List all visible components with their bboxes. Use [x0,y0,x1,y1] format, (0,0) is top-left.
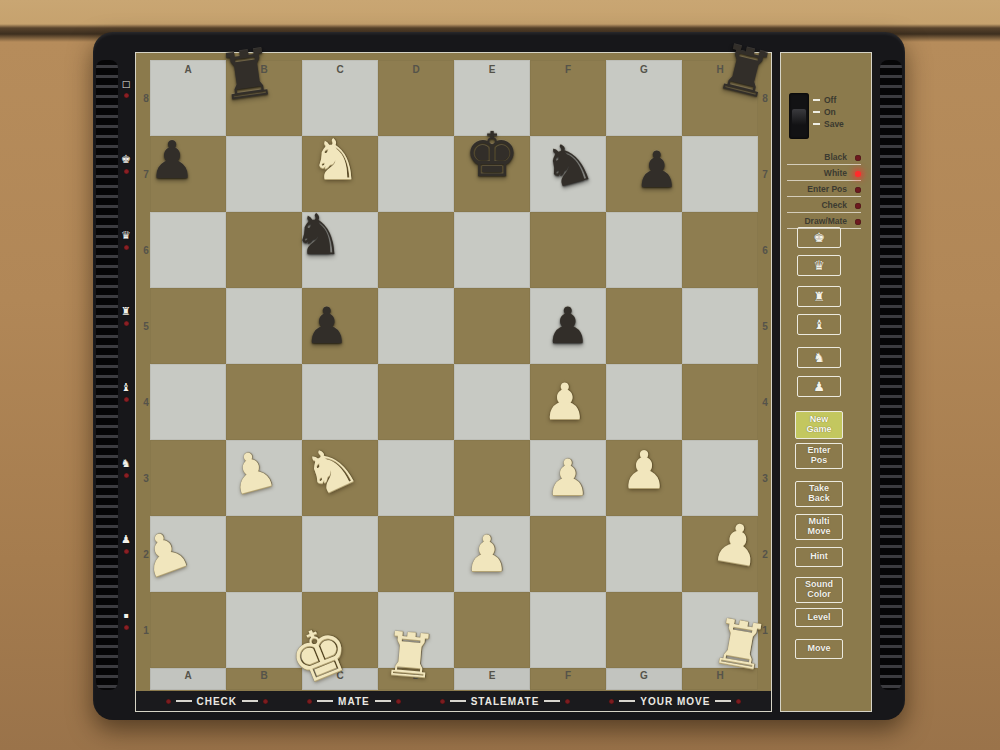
status-led [440,699,445,704]
sound-color-button[interactable]: SoundColor [795,577,843,603]
status-dash [176,700,192,702]
control-panel: OffOnSave BlackWhiteEnter PosCheckDraw/M… [780,52,872,712]
switch-label-text: Save [824,119,844,129]
new-game-button[interactable]: NewGame [795,411,843,439]
status-dash [450,700,466,702]
led-row-black: Black [787,149,861,165]
led-indicator [855,171,861,177]
rank-led [124,245,129,250]
led-row-enter-pos: Enter Pos [787,181,861,197]
status-label: YOUR MOVE [640,696,710,707]
square-d6[interactable] [378,212,454,288]
power-switch[interactable] [789,93,809,139]
rook-icon: ♜ [116,306,136,326]
square-g5[interactable] [606,288,682,364]
button-label-line: Pos [811,456,828,466]
black-king-e7[interactable]: ♚ [464,124,520,186]
move-button[interactable]: Move [795,639,843,659]
black-pawn-a7[interactable]: ♟ [149,134,196,186]
rank-led [124,549,129,554]
led-indicator [855,203,861,209]
square-d4[interactable] [378,364,454,440]
status-dash [715,700,731,702]
status-label: STALEMATE [471,696,540,707]
file-label-bottom-A: A [150,668,226,690]
status-mate: MATE [307,696,401,707]
square-a1[interactable] [150,592,226,668]
queen-icon: ♛ [116,230,136,242]
square-h7[interactable] [682,136,758,212]
square-d3[interactable] [378,440,454,516]
square-c2[interactable] [302,516,378,592]
square-filled-icon: ▪ [116,610,136,622]
level-button[interactable]: Level [795,608,843,627]
black-pawn-f5[interactable]: ♟ [546,301,591,351]
take-back-button[interactable]: TakeBack [795,481,843,507]
square-e1[interactable] [454,592,530,668]
white-knight-c7[interactable]: ♞ [310,132,360,188]
rank-led [124,625,129,630]
black-pawn-g7[interactable]: ♟ [635,145,680,195]
led-indicator [855,155,861,161]
status-dash [544,700,560,702]
queen-icon: ♛ [116,230,136,250]
status-label: MATE [338,696,370,707]
left-grip-ribs [96,60,118,690]
button-label-line: Move [807,644,830,654]
file-label-bottom-E: E [454,668,530,690]
square-f2[interactable] [530,516,606,592]
square-a8[interactable] [150,60,226,136]
square-c8[interactable] [302,60,378,136]
square-e5[interactable] [454,288,530,364]
file-labels-bottom: ABCDEFGH [150,668,758,690]
button-label-line: Game [806,425,831,435]
rank-led [124,321,129,326]
square-g6[interactable] [606,212,682,288]
square-g1[interactable] [606,592,682,668]
bishop-icon: ♝ [116,382,136,394]
square-d7[interactable] [378,136,454,212]
square-e6[interactable] [454,212,530,288]
square-b6[interactable] [226,212,302,288]
rook-icon: ♜ [116,306,136,318]
knight-icon: ♞ [813,351,825,364]
status-led [396,699,401,704]
multi-move-button[interactable]: MultiMove [795,514,843,540]
square-filled-icon: ▪ [116,610,136,630]
square-d2[interactable] [378,516,454,592]
status-led [609,699,614,704]
rook-button[interactable]: ♜ [797,286,841,307]
white-pawn-g3[interactable]: ♟ [621,444,668,496]
knight-button[interactable]: ♞ [797,347,841,368]
led-label: Draw/Mate [804,216,847,226]
square-a4[interactable] [150,364,226,440]
king-icon: ♚ [116,154,136,174]
square-h6[interactable] [682,212,758,288]
led-indicator [855,219,861,225]
square-a5[interactable] [150,288,226,364]
square-h3[interactable] [682,440,758,516]
king-icon: ♚ [116,154,136,166]
led-label: Black [824,152,847,162]
knight-icon: ♞ [116,458,136,470]
rank-led [124,169,129,174]
square-h4[interactable] [682,364,758,440]
status-label: CHECK [197,696,238,707]
switch-tick [813,99,820,101]
square-f8[interactable] [530,60,606,136]
square-b4[interactable] [226,364,302,440]
status-dash [619,700,635,702]
file-label-bottom-F: F [530,668,606,690]
square-e4[interactable] [454,364,530,440]
button-label-line: Back [808,494,830,504]
status-led [263,699,268,704]
status-dash [242,700,258,702]
white-pawn-f3[interactable]: ♟ [546,453,591,503]
led-label: Enter Pos [807,184,847,194]
pawn-icon: ♟ [813,380,825,393]
file-label-bottom-G: G [606,668,682,690]
bishop-icon: ♝ [813,318,825,331]
square-d8[interactable] [378,60,454,136]
square-a3[interactable] [150,440,226,516]
square-b5[interactable] [226,288,302,364]
rank-led [124,473,129,478]
square-e3[interactable] [454,440,530,516]
black-rook-b8[interactable]: ♜ [214,39,280,110]
enter-pos-button[interactable]: EnterPos [795,443,843,469]
button-label-line: Move [807,527,830,537]
king-button[interactable]: ♚ [797,227,841,248]
status-led [736,699,741,704]
square-outline-icon: □ [116,78,136,90]
square-outline-icon: □ [116,78,136,98]
square-d5[interactable] [378,288,454,364]
king-icon: ♚ [813,231,825,244]
square-g4[interactable] [606,364,682,440]
led-indicator [855,187,861,193]
black-pawn-c5[interactable]: ♟ [305,301,350,351]
white-pawn-f4[interactable]: ♟ [543,377,588,427]
white-pawn-e2[interactable]: ♟ [465,529,510,579]
switch-label-on: On [813,107,836,117]
white-pawn-h2[interactable]: ♟ [708,514,765,576]
status-dash [317,700,333,702]
queen-button[interactable]: ♛ [797,255,841,276]
status-stalemate: STALEMATE [440,696,571,707]
square-c4[interactable] [302,364,378,440]
piece-symbol-column: □♚♛♜♝♞♟▪ [116,52,136,712]
queen-icon: ♛ [813,259,825,272]
led-row-white: White [787,165,861,181]
status-led [166,699,171,704]
button-label-line: Level [807,613,830,623]
bishop-button[interactable]: ♝ [797,314,841,335]
button-label-line: Color [807,590,831,600]
bishop-icon: ♝ [116,382,136,402]
status-strip: CHECKMATESTALEMATEYOUR MOVE [136,691,771,711]
switch-label-off: Off [813,95,836,105]
status-your-move: YOUR MOVE [609,696,741,707]
led-label: Check [821,200,847,210]
switch-label-text: Off [824,95,836,105]
file-label-bottom-B: B [226,668,302,690]
square-g2[interactable] [606,516,682,592]
switch-tick [813,111,820,113]
power-switch-knob[interactable] [792,109,806,125]
white-rook-h1[interactable]: ♜ [707,610,773,681]
switch-label-text: On [824,107,836,117]
desk-surface: ABCDEFGH 87654321 87654321 ABCDEFGH CHEC… [0,0,1000,750]
switch-label-save: Save [813,119,844,129]
pawn-button[interactable]: ♟ [797,376,841,397]
rook-icon: ♜ [813,290,825,303]
status-led [565,699,570,704]
white-rook-d1[interactable]: ♜ [381,623,440,687]
status-dash [375,700,391,702]
knight-icon: ♞ [116,458,136,478]
square-b2[interactable] [226,516,302,592]
square-a6[interactable] [150,212,226,288]
led-label: White [824,168,847,178]
black-knight-c6[interactable]: ♞ [293,207,343,263]
square-f1[interactable] [530,592,606,668]
switch-tick [813,123,820,125]
button-label-line: Hint [810,552,828,562]
square-h5[interactable] [682,288,758,364]
square-b7[interactable] [226,136,302,212]
hint-button[interactable]: Hint [795,547,843,567]
led-row-check: Check [787,197,861,213]
rank-led [124,93,129,98]
square-f6[interactable] [530,212,606,288]
rank-led [124,397,129,402]
square-g8[interactable] [606,60,682,136]
status-check: CHECK [166,696,269,707]
right-grip-ribs [880,60,902,690]
